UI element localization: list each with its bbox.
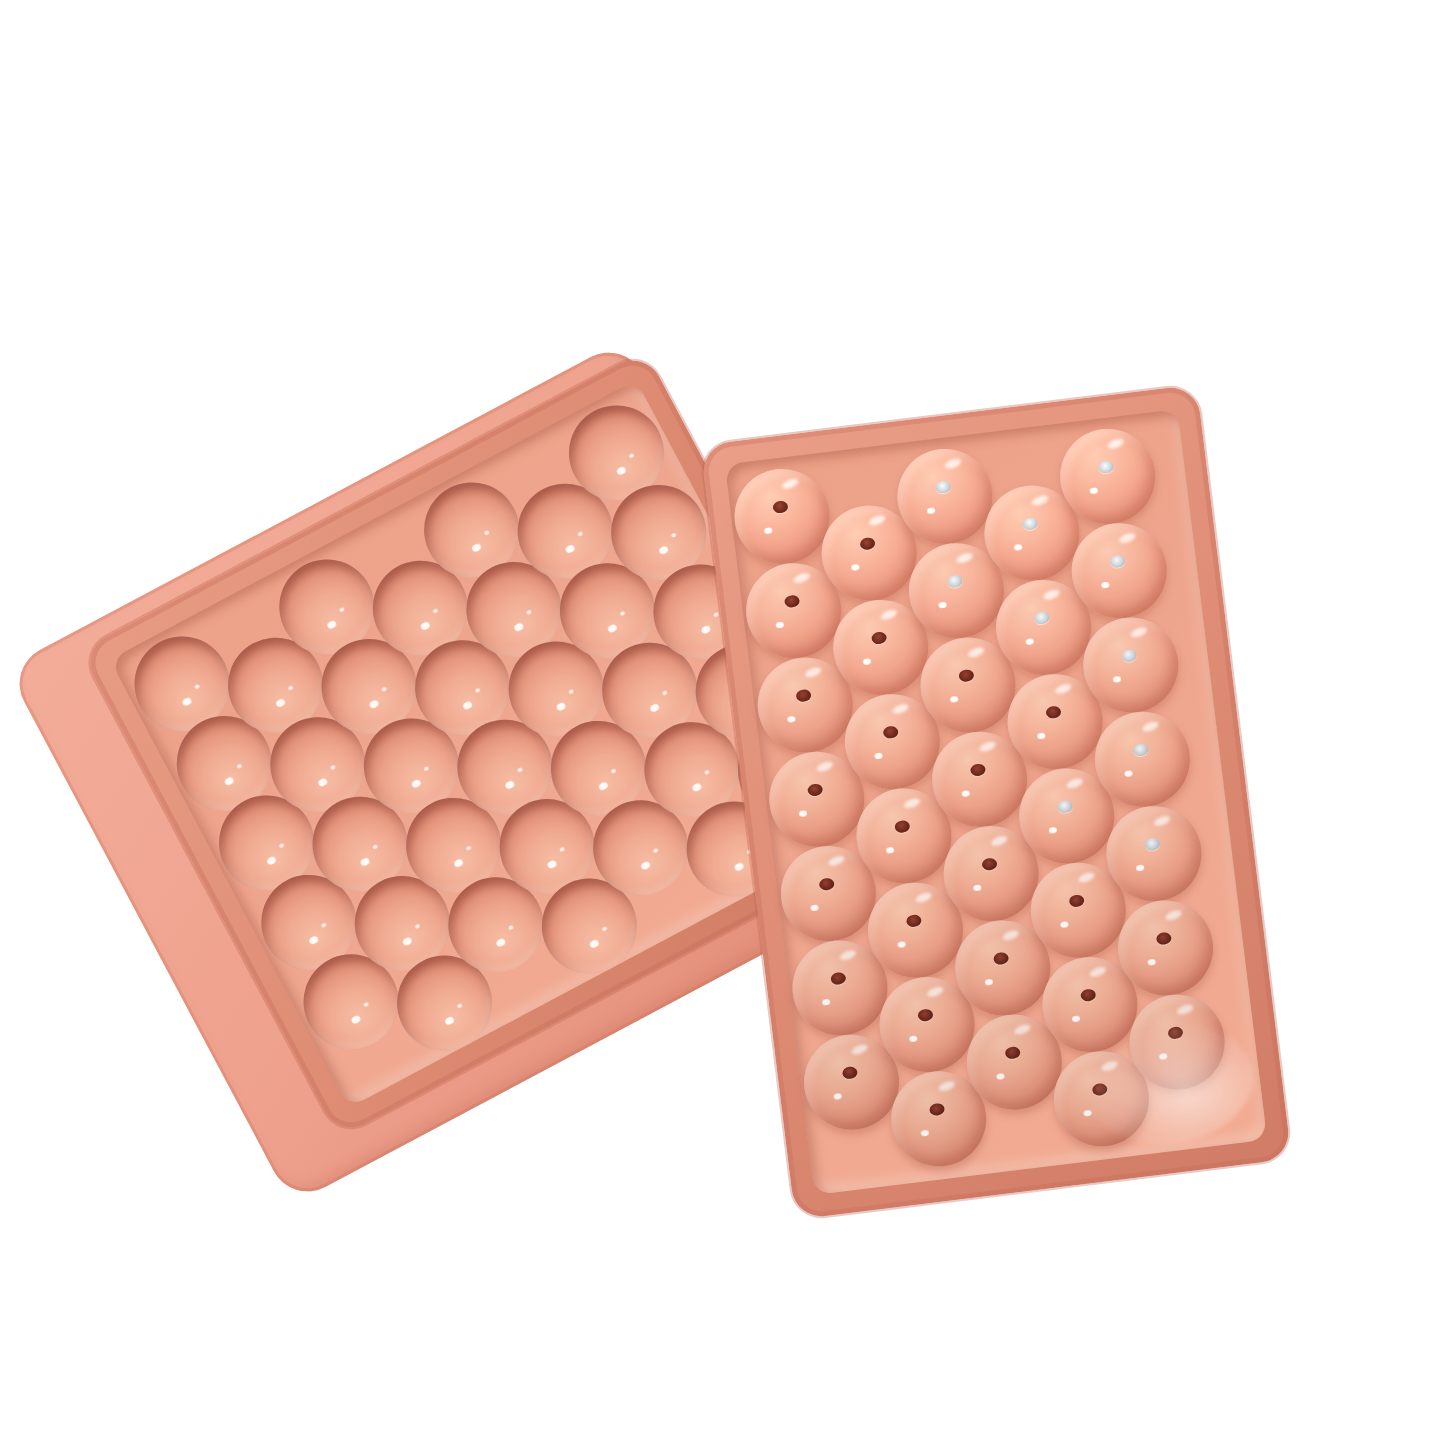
fill-hole-icon [1144, 837, 1160, 851]
front-tray [700, 384, 1291, 1219]
back-tray-cavity-grid [110, 380, 636, 660]
fill-hole-icon [906, 914, 922, 928]
fill-hole-icon [882, 725, 898, 739]
fill-hole-icon [772, 500, 788, 514]
fill-hole-icon [1080, 988, 1096, 1002]
fill-hole-icon [935, 480, 951, 494]
fill-hole-icon [784, 594, 800, 608]
fill-hole-icon [871, 631, 887, 645]
fill-hole-icon [830, 971, 846, 985]
fill-hole-icon [958, 668, 974, 682]
fill-hole-icon [1034, 611, 1050, 625]
fill-hole-icon [1068, 894, 1084, 908]
ice-ball-dome [1048, 1045, 1154, 1151]
fill-hole-icon [947, 574, 963, 588]
fill-hole-icon [1098, 460, 1114, 474]
fill-hole-icon [970, 763, 986, 777]
fill-hole-icon [1121, 648, 1137, 662]
fill-hole-icon [859, 536, 875, 550]
fill-hole-icon [842, 1065, 858, 1079]
fill-hole-icon [993, 951, 1009, 965]
fill-hole-icon [1004, 1045, 1020, 1059]
fill-hole-icon [1045, 705, 1061, 719]
ice-ball-dome [1124, 989, 1230, 1095]
product-photo-stage [0, 0, 1445, 1445]
fill-hole-icon [917, 1008, 933, 1022]
fill-hole-icon [894, 819, 910, 833]
fill-hole-icon [1109, 554, 1125, 568]
front-tray-floor [725, 409, 1267, 1195]
fill-hole-icon [795, 688, 811, 702]
fill-hole-icon [819, 877, 835, 891]
fill-hole-icon [929, 1102, 945, 1116]
fill-hole-icon [1133, 743, 1149, 757]
fill-hole-icon [1057, 799, 1073, 813]
front-tray-ball-grid [725, 409, 1178, 465]
fill-hole-icon [1092, 1082, 1108, 1096]
fill-hole-icon [981, 857, 997, 871]
ice-ball-dome [729, 463, 835, 569]
fill-hole-icon [1156, 931, 1172, 945]
fill-hole-icon [1167, 1025, 1183, 1039]
fill-hole-icon [1022, 516, 1038, 530]
fill-hole-icon [807, 783, 823, 797]
